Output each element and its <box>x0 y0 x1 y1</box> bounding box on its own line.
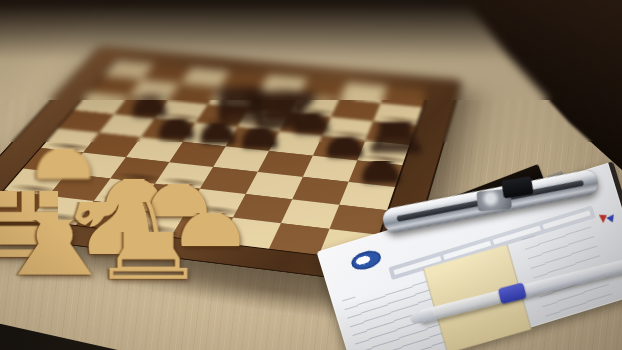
photo-scene: ♛♚♟♟♜♟♟♟♟♟♟♟♟♚♞♟♝♜ DGT <box>0 0 622 350</box>
square-f4 <box>258 151 313 177</box>
square-e7 <box>248 91 299 113</box>
board-grid: ♛♚♟♟♜♟♟♟♟♟♟♟♟♚♞♟♝♜ <box>0 60 428 261</box>
square-e1 <box>171 212 233 243</box>
square-a3 <box>23 148 83 174</box>
square-h4 <box>349 161 403 188</box>
